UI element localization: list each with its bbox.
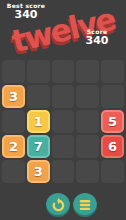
tile-1[interactable]: 1 [27,110,50,133]
best-score-value: 340 [5,9,47,21]
empty-cell [2,160,25,183]
empty-cell [52,85,75,108]
refresh-icon [51,198,66,213]
menu-icon [78,198,92,212]
empty-cell [101,160,124,183]
controls-bar [0,193,126,217]
empty-cell [76,85,99,108]
empty-cell [27,85,50,108]
tile-6[interactable]: 6 [101,135,124,158]
empty-cell [76,60,99,83]
empty-cell [52,60,75,83]
tile-7[interactable]: 7 [27,135,50,158]
empty-cell [52,160,75,183]
empty-cell [101,60,124,83]
tile-3[interactable]: 3 [27,160,50,183]
game-screen: Best score 340 twelve Score 340 3152763 [0,0,126,220]
empty-cell [2,110,25,133]
score-value: 340 [80,35,114,47]
tile-2[interactable]: 2 [2,135,25,158]
menu-button[interactable] [73,193,97,217]
best-score-block: Best score 340 [5,2,47,21]
empty-cell [76,135,99,158]
empty-cell [101,85,124,108]
game-board: 3152763 [2,60,124,183]
empty-cell [76,110,99,133]
empty-cell [76,160,99,183]
empty-cell [2,60,25,83]
empty-cell [52,110,75,133]
empty-cell [27,60,50,83]
current-score-block: Score 340 [80,28,114,47]
tile-3[interactable]: 3 [2,85,25,108]
restart-button[interactable] [46,193,70,217]
tile-5[interactable]: 5 [101,110,124,133]
empty-cell [52,135,75,158]
